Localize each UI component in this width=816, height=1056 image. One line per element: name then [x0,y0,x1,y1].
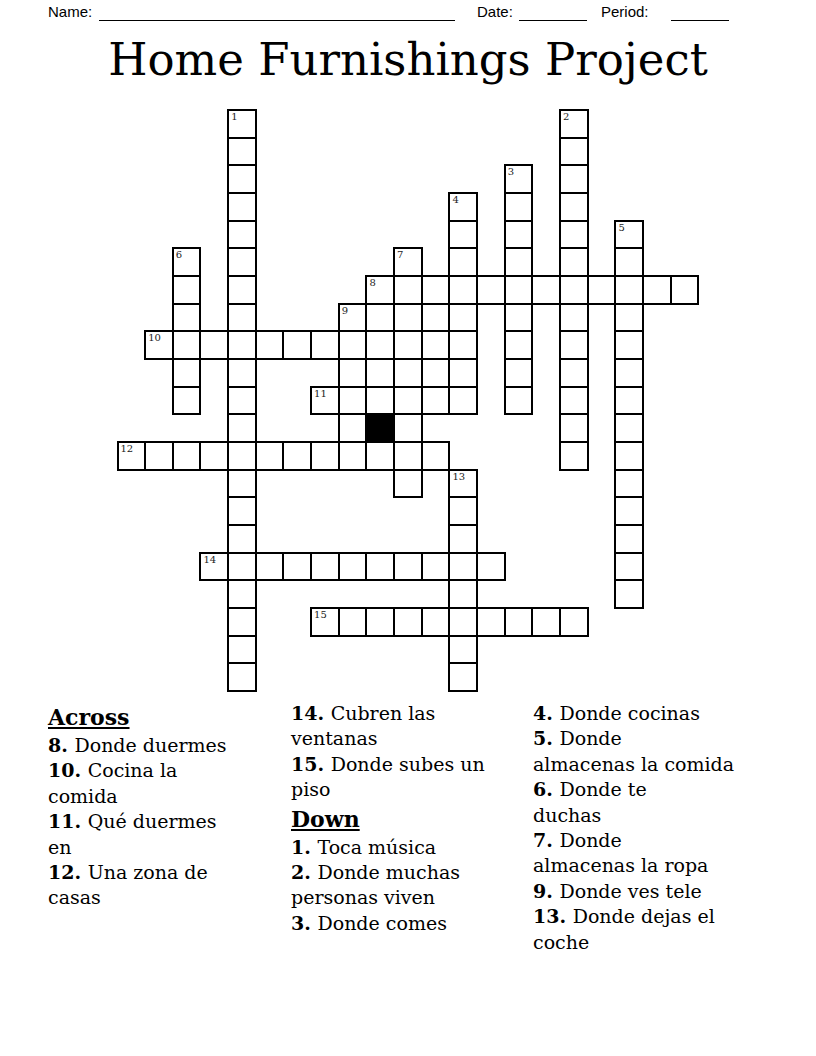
clue-15: 15. Donde subes un [291,752,526,777]
grid-cell[interactable] [504,275,534,305]
grid-cell[interactable] [227,192,257,222]
clue-7-continued: almacenas la ropa [533,853,771,878]
grid-cell[interactable] [421,275,451,305]
grid-cell[interactable] [448,662,478,692]
clue-14: 14. Cubren las [291,701,526,726]
grid-cell[interactable]: 5 [614,220,644,250]
clue-12: 12. Una zona de [48,860,283,885]
grid-cell[interactable] [504,330,534,360]
cell-number: 12 [121,443,134,454]
grid-cell[interactable] [448,496,478,526]
grid-cell[interactable] [614,386,644,416]
date-line [519,4,587,21]
clue-label: 6. [533,778,559,800]
grid-cell[interactable] [393,358,423,388]
grid-cell[interactable] [365,386,395,416]
clue-13-continued: coche [533,930,771,955]
across-heading: Across [48,701,283,733]
grid-cell[interactable] [393,607,423,637]
grid-cell[interactable] [421,330,451,360]
worksheet-page: Name: Date: Period: Home Furnishings Pro… [0,0,816,1056]
grid-cell[interactable]: 15 [310,607,340,637]
grid-cell[interactable] [531,275,561,305]
grid-cell[interactable] [670,275,700,305]
grid-cell[interactable] [227,137,257,167]
clue-13: 13. Donde dejas el [533,904,771,929]
grid-cell[interactable] [227,358,257,388]
clue-14-continued: ventanas [291,726,526,751]
grid-cell[interactable] [227,247,257,277]
date-label: Date: [477,3,513,20]
clue-label: 13. [533,905,573,927]
grid-cell[interactable] [199,441,229,471]
grid-cell[interactable] [393,413,423,443]
grid-cell[interactable] [310,552,340,582]
grid-cell[interactable] [559,247,589,277]
grid-cell[interactable] [559,220,589,250]
name-line [99,4,455,21]
grid-cell[interactable] [365,552,395,582]
grid-cell[interactable] [448,303,478,333]
grid-cell[interactable] [365,441,395,471]
clue-5: 5. Donde [533,726,771,751]
grid-cell[interactable] [504,386,534,416]
grid-cell[interactable] [614,441,644,471]
clue-label: 10. [48,759,88,781]
grid-cell[interactable] [227,330,257,360]
grid-cell[interactable]: 2 [559,109,589,139]
cell-number: 14 [203,554,216,565]
grid-cell[interactable] [365,607,395,637]
cell-number: 15 [314,609,327,620]
grid-cell[interactable]: 12 [117,441,147,471]
grid-cell[interactable]: 13 [448,469,478,499]
grid-cell[interactable] [559,358,589,388]
grid-cell[interactable] [504,607,534,637]
grid-cell[interactable] [614,303,644,333]
grid-cell[interactable] [393,330,423,360]
grid-cell[interactable]: 1 [227,109,257,139]
cell-number: 5 [618,222,624,233]
grid-cell[interactable] [227,441,257,471]
clue-8: 8. Donde duermes [48,733,283,758]
grid-cell[interactable] [393,386,423,416]
grid-cell[interactable] [559,275,589,305]
grid-cell[interactable]: 7 [393,247,423,277]
cell-number: 11 [314,388,327,399]
grid-cell[interactable] [172,386,202,416]
clue-label: 8. [48,734,74,756]
grid-cell[interactable] [282,441,312,471]
grid-cell[interactable] [227,413,257,443]
clue-15-continued: piso [291,777,526,802]
grid-cell[interactable] [255,441,285,471]
grid-cell[interactable]: 10 [144,330,174,360]
grid-cell[interactable] [227,303,257,333]
grid-cell[interactable] [393,469,423,499]
grid-cell[interactable]: 6 [172,247,202,277]
clue-7: 7. Donde [533,828,771,853]
grid-cell[interactable] [227,386,257,416]
grid-cell[interactable] [448,635,478,665]
page-title: Home Furnishings Project [0,33,816,87]
grid-cell[interactable] [614,330,644,360]
grid-cell[interactable] [172,358,202,388]
grid-cell[interactable] [227,469,257,499]
grid-cell[interactable] [393,552,423,582]
grid-cell[interactable] [448,247,478,277]
clue-2: 2. Donde muchas [291,860,526,885]
grid-cell[interactable] [614,496,644,526]
grid-cell[interactable]: 14 [199,552,229,582]
grid-cell[interactable] [227,607,257,637]
grid-cell[interactable] [448,358,478,388]
grid-cell[interactable] [338,330,368,360]
grid-cell[interactable] [172,441,202,471]
cell-number: 4 [452,194,458,205]
grid-cell[interactable] [448,330,478,360]
cell-number: 3 [508,166,514,177]
grid-cell[interactable] [504,220,534,250]
grid-cell[interactable] [144,441,174,471]
grid-cell[interactable]: 11 [310,386,340,416]
grid-cell[interactable] [614,524,644,554]
grid-cell[interactable] [559,413,589,443]
period-label: Period: [601,3,649,20]
grid-cell[interactable] [227,164,257,194]
grid-cell[interactable] [199,330,229,360]
grid-cell[interactable] [338,358,368,388]
clue-label: 4. [533,702,559,724]
grid-cell[interactable] [255,552,285,582]
grid-cell[interactable] [338,413,368,443]
clue-column-1: Across8. Donde duermes10. Cocina lacomid… [48,701,283,911]
cell-number: 13 [452,471,465,482]
clue-label: 1. [291,836,317,858]
cell-number: 9 [342,305,348,316]
grid-cell[interactable] [421,386,451,416]
clue-9: 9. Donde ves tele [533,879,771,904]
grid-cell[interactable] [476,607,506,637]
cell-number: 2 [563,111,569,122]
clue-column-2: 14. Cubren lasventanas15. Donde subes un… [291,701,526,936]
grid-cell[interactable] [614,247,644,277]
clue-3: 3. Donde comes [291,911,526,936]
grid-cell[interactable] [448,524,478,554]
down-heading: Down [291,803,526,835]
grid-cell[interactable] [227,579,257,609]
grid-cell[interactable] [448,386,478,416]
grid-cell[interactable] [227,662,257,692]
grid-cell[interactable]: 4 [448,192,478,222]
grid-cell[interactable] [365,358,395,388]
grid-cell[interactable] [282,330,312,360]
grid-cell[interactable] [393,303,423,333]
clue-label: 3. [291,912,317,934]
grid-cell[interactable] [559,164,589,194]
grid-cell[interactable] [476,275,506,305]
clue-1: 1. Toca música [291,835,526,860]
grid-cell[interactable] [587,275,617,305]
grid-cell[interactable]: 3 [504,164,534,194]
grid-cell[interactable] [614,275,644,305]
clue-2-continued: personas viven [291,885,526,910]
grid-cell[interactable] [282,552,312,582]
grid-cell[interactable]: 9 [338,303,368,333]
grid-cell[interactable] [227,552,257,582]
clue-label: 12. [48,861,88,883]
grid-cell[interactable] [559,330,589,360]
clue-label: 15. [291,753,331,775]
grid-cell[interactable] [448,579,478,609]
name-label: Name: [48,3,92,20]
clue-column-3: 4. Donde cocinas5. Dondealmacenas la com… [533,701,771,955]
period-line [671,4,729,21]
grid-cell[interactable] [227,635,257,665]
grid-cell[interactable] [393,275,423,305]
grid-cell[interactable] [227,524,257,554]
clue-5-continued: almacenas la comida [533,752,771,777]
grid-cell[interactable] [338,552,368,582]
grid-cell[interactable] [614,358,644,388]
grid-cell[interactable] [338,441,368,471]
clue-label: 2. [291,861,317,883]
grid-cell[interactable] [172,303,202,333]
grid-cell[interactable] [531,607,561,637]
grid-cell[interactable] [448,552,478,582]
clue-6: 6. Donde te [533,777,771,802]
clue-label: 9. [533,880,559,902]
grid-cell[interactable] [559,192,589,222]
clue-label: 11. [48,810,88,832]
grid-cell[interactable] [642,275,672,305]
grid-cell[interactable] [421,607,451,637]
grid-cell[interactable] [448,220,478,250]
grid-cell[interactable] [172,275,202,305]
grid-cell[interactable] [310,441,340,471]
black-cell [365,413,395,443]
clue-label: 14. [291,702,331,724]
grid-cell[interactable] [227,275,257,305]
grid-cell[interactable] [365,330,395,360]
grid-cell[interactable] [227,496,257,526]
grid-cell[interactable] [421,441,451,471]
clue-11-continued: en [48,835,283,860]
grid-cell[interactable] [559,303,589,333]
grid-cell[interactable] [504,303,534,333]
grid-cell[interactable] [448,607,478,637]
grid-cell[interactable] [448,275,478,305]
grid-cell[interactable] [504,192,534,222]
grid-cell[interactable] [393,441,423,471]
grid-cell[interactable] [421,552,451,582]
grid-cell[interactable] [559,137,589,167]
grid-cell[interactable] [338,607,368,637]
grid-cell[interactable] [559,441,589,471]
grid-cell[interactable] [614,413,644,443]
grid-cell[interactable] [504,358,534,388]
clue-label: 5. [533,727,559,749]
grid-cell[interactable] [172,330,202,360]
grid-cell[interactable] [227,220,257,250]
grid-cell[interactable] [476,552,506,582]
clue-6-continued: duchas [533,803,771,828]
grid-cell[interactable]: 8 [365,275,395,305]
clue-label: 7. [533,829,559,851]
grid-cell[interactable] [559,386,589,416]
grid-cell[interactable] [504,247,534,277]
clue-10-continued: comida [48,784,283,809]
clue-10: 10. Cocina la [48,758,283,783]
grid-cell[interactable] [559,607,589,637]
grid-cell[interactable] [614,552,644,582]
grid-cell[interactable] [365,303,395,333]
grid-cell[interactable] [338,386,368,416]
clue-12-continued: casas [48,885,283,910]
grid-cell[interactable] [614,469,644,499]
cell-number: 6 [176,249,182,260]
cell-number: 1 [231,111,237,122]
grid-cell[interactable] [614,579,644,609]
cell-number: 8 [369,277,375,288]
clue-11: 11. Qué duermes [48,809,283,834]
grid-cell[interactable] [255,330,285,360]
cell-number: 7 [397,249,403,260]
clue-4: 4. Donde cocinas [533,701,771,726]
grid-cell[interactable] [310,330,340,360]
crossword-grid: 123456789101112131415 [117,109,700,692]
cell-number: 10 [148,332,161,343]
